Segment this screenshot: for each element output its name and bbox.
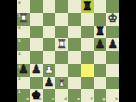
square-e5[interactable] [68,38,81,51]
square-c6[interactable] [43,26,56,39]
square-h5[interactable]: ♟ [106,38,119,51]
square-c7[interactable] [43,13,56,26]
black-pawn[interactable]: ♟ [18,64,28,76]
square-e4[interactable] [68,51,81,64]
square-h7[interactable]: ♚ [106,13,119,26]
square-h2[interactable] [106,77,119,90]
square-g1[interactable]: g [94,89,107,102]
square-e7[interactable] [68,13,81,26]
square-c8[interactable] [43,0,56,13]
square-a7[interactable]: 7♜ [17,13,30,26]
black-pawn[interactable]: ♟ [107,38,117,50]
square-e8[interactable] [68,0,81,13]
file-label-a: a [26,97,29,101]
square-h4[interactable] [106,51,119,64]
black-pawn[interactable]: ♟ [95,38,105,50]
rank-label-5: 5 [18,39,21,43]
file-label-d: d [64,97,67,101]
file-label-h: h [115,97,118,101]
square-e3[interactable] [68,64,81,77]
chess-board: 8♜7♜♚6♜5♜♟♟43♟♟♟2♟♝1ab♚cdefgh [17,0,119,102]
square-f8[interactable]: ♜ [81,0,94,13]
square-e2[interactable] [68,77,81,90]
square-b5[interactable] [30,38,43,51]
square-a2[interactable]: 2 [17,77,30,90]
white-rook[interactable]: ♜ [18,13,28,25]
square-g4[interactable] [94,51,107,64]
square-e6[interactable] [68,26,81,39]
square-d4[interactable] [55,51,68,64]
square-d1[interactable]: d [55,89,68,102]
square-c5[interactable] [43,38,56,51]
square-d2[interactable]: ♝ [55,77,68,90]
square-f2[interactable] [81,77,94,90]
square-a6[interactable]: 6 [17,26,30,39]
file-label-c: c [52,97,54,101]
square-f6[interactable] [81,26,94,39]
square-d5[interactable]: ♜ [55,38,68,51]
rank-label-6: 6 [18,26,21,30]
file-label-e: e [77,97,80,101]
square-d8[interactable] [55,0,68,13]
black-pawn[interactable]: ♟ [44,77,54,89]
square-f7[interactable] [81,13,94,26]
square-c2[interactable]: ♟ [43,77,56,90]
square-a5[interactable]: 5 [17,38,30,51]
square-b8[interactable] [30,0,43,13]
square-g8[interactable] [94,0,107,13]
square-g3[interactable] [94,64,107,77]
square-e1[interactable]: e [68,89,81,102]
white-bishop[interactable]: ♝ [56,77,66,89]
rank-label-1: 1 [18,90,21,94]
square-f5[interactable] [81,38,94,51]
white-rook[interactable]: ♜ [56,38,66,50]
square-c1[interactable]: c [43,89,56,102]
square-f1[interactable]: f [81,89,94,102]
square-f4[interactable] [81,51,94,64]
rank-label-8: 8 [18,1,21,5]
black-pawn[interactable]: ♟ [31,64,41,76]
square-b1[interactable]: b♚ [30,89,43,102]
white-king[interactable]: ♚ [107,13,117,25]
square-g2[interactable] [94,77,107,90]
black-king[interactable]: ♚ [31,89,41,101]
file-label-f: f [91,97,93,101]
square-h1[interactable]: h [106,89,119,102]
square-a3[interactable]: 3♟ [17,64,30,77]
square-a1[interactable]: 1a [17,89,30,102]
rank-label-4: 4 [18,52,21,56]
square-d7[interactable] [55,13,68,26]
square-b3[interactable]: ♟ [30,64,43,77]
square-g5[interactable]: ♟ [94,38,107,51]
square-h3[interactable] [106,64,119,77]
file-label-g: g [103,97,106,101]
rank-label-2: 2 [18,77,21,81]
square-b6[interactable] [30,26,43,39]
square-b7[interactable] [30,13,43,26]
square-f3[interactable] [81,64,94,77]
black-rook[interactable]: ♜ [82,0,92,12]
